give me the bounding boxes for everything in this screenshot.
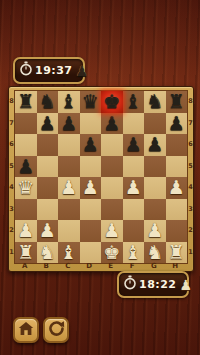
file-labels: ABCDEFGH — [14, 262, 186, 271]
piece-white-pawn[interactable]: ♟ — [80, 177, 102, 199]
square-d5[interactable] — [80, 156, 102, 178]
square-f7[interactable] — [123, 113, 145, 135]
square-b4[interactable] — [37, 177, 59, 199]
coord-label: F — [122, 262, 144, 271]
coord-label: 4 — [188, 177, 193, 199]
square-b5[interactable] — [37, 156, 59, 178]
square-e4[interactable] — [101, 177, 123, 199]
piece-white-pawn[interactable]: ♟ — [123, 177, 145, 199]
square-g1[interactable]: ♞ — [144, 242, 166, 264]
square-a6[interactable] — [15, 134, 37, 156]
piece-black-knight[interactable]: ♞ — [37, 91, 59, 113]
restart-button[interactable] — [43, 317, 69, 343]
stopwatch-icon — [124, 275, 136, 294]
square-d3[interactable] — [80, 199, 102, 221]
board-squares: ♜♞♝♛♚♝♞♜♟♟♟♟♟♟♟♟♛♟♟♟♟♟♟♟♟♜♞♝♚♝♞♜ — [14, 90, 188, 264]
coord-label: A — [14, 262, 36, 271]
coord-label: B — [36, 262, 58, 271]
square-g3[interactable] — [144, 199, 166, 221]
square-h2[interactable] — [166, 220, 188, 242]
piece-white-queen[interactable]: ♛ — [15, 177, 37, 199]
square-h8[interactable]: ♜ — [166, 91, 188, 113]
coord-label: 6 — [188, 134, 193, 156]
square-f8[interactable]: ♝ — [123, 91, 145, 113]
piece-white-pawn[interactable]: ♟ — [37, 220, 59, 242]
coord-label: 1 — [188, 242, 193, 264]
piece-white-pawn[interactable]: ♟ — [15, 220, 37, 242]
square-e2[interactable]: ♟ — [101, 220, 123, 242]
piece-black-bishop[interactable]: ♝ — [58, 91, 80, 113]
coord-label: 7 — [188, 113, 193, 135]
rank-labels-right: 87654321 — [188, 91, 193, 263]
piece-white-bishop[interactable]: ♝ — [58, 242, 80, 264]
square-a8[interactable]: ♜ — [15, 91, 37, 113]
chess-board: 87654321 ♜♞♝♛♚♝♞♜♟♟♟♟♟♟♟♟♛♟♟♟♟♟♟♟♟♜♞♝♚♝♞… — [8, 86, 194, 272]
square-d2[interactable] — [80, 220, 102, 242]
square-e6[interactable] — [101, 134, 123, 156]
square-h7[interactable]: ♟ — [166, 113, 188, 135]
black-timer-badge: 19:37 ♟ — [13, 57, 85, 84]
square-b7[interactable]: ♟ — [37, 113, 59, 135]
square-c5[interactable] — [58, 156, 80, 178]
piece-white-pawn[interactable]: ♟ — [144, 220, 166, 242]
square-e3[interactable] — [101, 199, 123, 221]
square-c2[interactable] — [58, 220, 80, 242]
piece-white-bishop[interactable]: ♝ — [123, 242, 145, 264]
square-a4[interactable]: ♛ — [15, 177, 37, 199]
piece-white-rook[interactable]: ♜ — [15, 242, 37, 264]
square-f3[interactable] — [123, 199, 145, 221]
square-h1[interactable]: ♜ — [166, 242, 188, 264]
piece-black-knight[interactable]: ♞ — [144, 91, 166, 113]
piece-white-knight[interactable]: ♞ — [144, 242, 166, 264]
square-e7[interactable]: ♟ — [101, 113, 123, 135]
square-d1[interactable] — [80, 242, 102, 264]
square-f6[interactable]: ♟ — [123, 134, 145, 156]
square-a2[interactable]: ♟ — [15, 220, 37, 242]
square-a1[interactable]: ♜ — [15, 242, 37, 264]
square-b2[interactable]: ♟ — [37, 220, 59, 242]
coord-label: 2 — [188, 220, 193, 242]
white-timer-badge: 18:22 ♟ — [117, 271, 189, 298]
coord-label: D — [79, 262, 101, 271]
piece-white-knight[interactable]: ♞ — [37, 242, 59, 264]
home-button[interactable] — [13, 317, 39, 343]
black-pawn-icon: ♟ — [76, 64, 89, 78]
square-e8[interactable]: ♚ — [101, 91, 123, 113]
square-h6[interactable] — [166, 134, 188, 156]
square-f2[interactable] — [123, 220, 145, 242]
white-pawn-icon: ♟ — [180, 278, 193, 292]
coord-label: 3 — [188, 199, 193, 221]
square-d7[interactable] — [80, 113, 102, 135]
square-b1[interactable]: ♞ — [37, 242, 59, 264]
piece-black-king[interactable]: ♚ — [101, 91, 123, 113]
square-g4[interactable] — [144, 177, 166, 199]
coord-label: H — [165, 262, 187, 271]
piece-black-bishop[interactable]: ♝ — [123, 91, 145, 113]
piece-black-pawn[interactable]: ♟ — [58, 113, 80, 135]
square-b8[interactable]: ♞ — [37, 91, 59, 113]
coord-label: C — [57, 262, 79, 271]
stopwatch-icon — [20, 61, 32, 80]
coord-label: 5 — [188, 156, 193, 178]
white-timer-value: 18:22 — [139, 278, 177, 291]
square-g7[interactable] — [144, 113, 166, 135]
black-timer-value: 19:37 — [35, 64, 73, 77]
coord-label: G — [143, 262, 165, 271]
square-a3[interactable] — [15, 199, 37, 221]
piece-black-queen[interactable]: ♛ — [80, 91, 102, 113]
square-d4[interactable]: ♟ — [80, 177, 102, 199]
piece-black-pawn[interactable]: ♟ — [166, 113, 188, 135]
square-a5[interactable]: ♟ — [15, 156, 37, 178]
square-h3[interactable] — [166, 199, 188, 221]
piece-black-rook[interactable]: ♜ — [166, 91, 188, 113]
piece-black-rook[interactable]: ♜ — [15, 91, 37, 113]
piece-white-pawn[interactable]: ♟ — [166, 177, 188, 199]
home-icon — [18, 321, 34, 340]
square-d6[interactable]: ♟ — [80, 134, 102, 156]
coord-label: 8 — [188, 91, 193, 113]
piece-black-pawn[interactable]: ♟ — [101, 113, 123, 135]
square-a7[interactable] — [15, 113, 37, 135]
square-g6[interactable]: ♟ — [144, 134, 166, 156]
square-c8[interactable]: ♝ — [58, 91, 80, 113]
square-d8[interactable]: ♛ — [80, 91, 102, 113]
piece-white-pawn[interactable]: ♟ — [58, 177, 80, 199]
square-c3[interactable] — [58, 199, 80, 221]
piece-white-rook[interactable]: ♜ — [166, 242, 188, 264]
square-g8[interactable]: ♞ — [144, 91, 166, 113]
square-f1[interactable]: ♝ — [123, 242, 145, 264]
square-g5[interactable] — [144, 156, 166, 178]
square-f4[interactable]: ♟ — [123, 177, 145, 199]
square-c1[interactable]: ♝ — [58, 242, 80, 264]
square-b6[interactable] — [37, 134, 59, 156]
piece-white-pawn[interactable]: ♟ — [101, 220, 123, 242]
square-e1[interactable]: ♚ — [101, 242, 123, 264]
square-e5[interactable] — [101, 156, 123, 178]
square-c6[interactable] — [58, 134, 80, 156]
square-h4[interactable]: ♟ — [166, 177, 188, 199]
piece-black-pawn[interactable]: ♟ — [37, 113, 59, 135]
piece-black-pawn[interactable]: ♟ — [123, 134, 145, 156]
square-h5[interactable] — [166, 156, 188, 178]
square-f5[interactable] — [123, 156, 145, 178]
restart-icon — [48, 320, 65, 341]
piece-black-pawn[interactable]: ♟ — [15, 156, 37, 178]
square-b3[interactable] — [37, 199, 59, 221]
square-c7[interactable]: ♟ — [58, 113, 80, 135]
piece-black-pawn[interactable]: ♟ — [144, 134, 166, 156]
piece-white-king[interactable]: ♚ — [101, 242, 123, 264]
square-g2[interactable]: ♟ — [144, 220, 166, 242]
coord-label: E — [100, 262, 122, 271]
chess-app: 19:37 ♟ 87654321 ♜♞♝♛♚♝♞♜♟♟♟♟♟♟♟♟♛♟♟♟♟♟♟… — [0, 0, 200, 355]
square-c4[interactable]: ♟ — [58, 177, 80, 199]
piece-black-pawn[interactable]: ♟ — [80, 134, 102, 156]
